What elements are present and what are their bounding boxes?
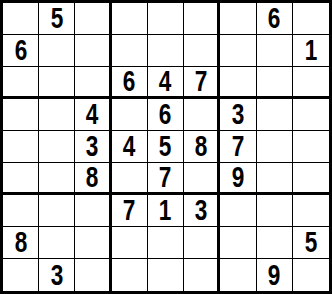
cell-r2c6[interactable] xyxy=(184,35,220,67)
cell-r4c5[interactable]: 6 xyxy=(148,99,184,131)
given-digit: 4 xyxy=(86,100,99,129)
cell-r9c2[interactable]: 3 xyxy=(39,259,75,291)
cell-r4c8[interactable] xyxy=(257,99,293,131)
cell-r2c7[interactable] xyxy=(220,35,256,67)
cell-r8c8[interactable] xyxy=(257,227,293,259)
cell-r7c8[interactable] xyxy=(257,195,293,227)
cell-r6c2[interactable] xyxy=(39,163,75,195)
given-digit: 6 xyxy=(159,100,172,129)
cell-r8c5[interactable] xyxy=(148,227,184,259)
cell-r6c3[interactable]: 8 xyxy=(75,163,111,195)
cell-r8c9[interactable]: 5 xyxy=(293,227,329,259)
cell-r2c2[interactable] xyxy=(39,35,75,67)
cell-r7c9[interactable] xyxy=(293,195,329,227)
cell-r3c4[interactable]: 6 xyxy=(112,67,148,99)
given-digit: 7 xyxy=(123,196,136,225)
cell-r9c4[interactable] xyxy=(112,259,148,291)
given-digit: 5 xyxy=(159,132,172,161)
given-digit: 9 xyxy=(232,163,245,192)
given-digit: 8 xyxy=(194,132,207,161)
cell-r1c9[interactable] xyxy=(293,3,329,35)
cell-r5c9[interactable] xyxy=(293,131,329,163)
cell-r3c5[interactable]: 4 xyxy=(148,67,184,99)
given-digit: 5 xyxy=(305,228,318,257)
cell-r7c7[interactable] xyxy=(220,195,256,227)
cell-r5c6[interactable]: 8 xyxy=(184,131,220,163)
cell-r5c8[interactable] xyxy=(257,131,293,163)
given-digit: 3 xyxy=(232,100,245,129)
cell-r8c7[interactable] xyxy=(220,227,256,259)
given-digit: 7 xyxy=(194,67,207,96)
cell-r9c3[interactable] xyxy=(75,259,111,291)
cell-r6c6[interactable] xyxy=(184,163,220,195)
given-digit: 6 xyxy=(14,36,27,65)
cell-r7c1[interactable] xyxy=(3,195,39,227)
cell-r3c2[interactable] xyxy=(39,67,75,99)
cell-r3c7[interactable] xyxy=(220,67,256,99)
cell-r5c4[interactable]: 4 xyxy=(112,131,148,163)
given-digit: 8 xyxy=(86,163,99,192)
cell-r4c2[interactable] xyxy=(39,99,75,131)
cell-r1c2[interactable]: 5 xyxy=(39,3,75,35)
cell-r3c6[interactable]: 7 xyxy=(184,67,220,99)
cell-r9c6[interactable] xyxy=(184,259,220,291)
cell-r5c7[interactable]: 7 xyxy=(220,131,256,163)
cell-r1c8[interactable]: 6 xyxy=(257,3,293,35)
cell-r8c2[interactable] xyxy=(39,227,75,259)
cell-r4c4[interactable] xyxy=(112,99,148,131)
cell-r9c8[interactable]: 9 xyxy=(257,259,293,291)
cell-r2c9[interactable]: 1 xyxy=(293,35,329,67)
cell-r7c6[interactable]: 3 xyxy=(184,195,220,227)
cell-r7c2[interactable] xyxy=(39,195,75,227)
cell-r4c9[interactable] xyxy=(293,99,329,131)
given-digit: 3 xyxy=(194,196,207,225)
cell-r7c3[interactable] xyxy=(75,195,111,227)
cell-r1c4[interactable] xyxy=(112,3,148,35)
cell-r7c5[interactable]: 1 xyxy=(148,195,184,227)
given-digit: 7 xyxy=(232,132,245,161)
cell-r5c2[interactable] xyxy=(39,131,75,163)
cell-r1c5[interactable] xyxy=(148,3,184,35)
cell-r2c8[interactable] xyxy=(257,35,293,67)
cell-r6c9[interactable] xyxy=(293,163,329,195)
cell-r1c7[interactable] xyxy=(220,3,256,35)
cell-r8c6[interactable] xyxy=(184,227,220,259)
sudoku-board: 5661647463345878797138539 xyxy=(0,0,332,294)
given-digit: 6 xyxy=(268,4,281,33)
given-digit: 5 xyxy=(51,4,64,33)
cell-r1c1[interactable] xyxy=(3,3,39,35)
cell-r9c9[interactable] xyxy=(293,259,329,291)
cell-r4c1[interactable] xyxy=(3,99,39,131)
given-digit: 6 xyxy=(123,67,136,96)
given-digit: 4 xyxy=(123,132,136,161)
given-digit: 4 xyxy=(159,67,172,96)
cell-r6c1[interactable] xyxy=(3,163,39,195)
cell-r5c3[interactable]: 3 xyxy=(75,131,111,163)
cell-r8c1[interactable]: 8 xyxy=(3,227,39,259)
cell-r3c3[interactable] xyxy=(75,67,111,99)
cell-r8c4[interactable] xyxy=(112,227,148,259)
cell-r9c7[interactable] xyxy=(220,259,256,291)
given-digit: 3 xyxy=(51,261,64,290)
cell-r2c5[interactable] xyxy=(148,35,184,67)
cell-r4c7[interactable]: 3 xyxy=(220,99,256,131)
cell-r4c3[interactable]: 4 xyxy=(75,99,111,131)
cell-r3c1[interactable] xyxy=(3,67,39,99)
cell-r6c7[interactable]: 9 xyxy=(220,163,256,195)
cell-r2c1[interactable]: 6 xyxy=(3,35,39,67)
cell-r9c5[interactable] xyxy=(148,259,184,291)
given-digit: 8 xyxy=(14,228,27,257)
cell-r3c8[interactable] xyxy=(257,67,293,99)
cell-r2c3[interactable] xyxy=(75,35,111,67)
cell-r5c1[interactable] xyxy=(3,131,39,163)
given-digit: 9 xyxy=(268,261,281,290)
cell-r7c4[interactable]: 7 xyxy=(112,195,148,227)
cell-r8c3[interactable] xyxy=(75,227,111,259)
given-digit: 7 xyxy=(159,163,172,192)
cell-r1c6[interactable] xyxy=(184,3,220,35)
given-digit: 1 xyxy=(159,196,172,225)
cell-r9c1[interactable] xyxy=(3,259,39,291)
cell-r4c6[interactable] xyxy=(184,99,220,131)
cell-r6c4[interactable] xyxy=(112,163,148,195)
cell-r1c3[interactable] xyxy=(75,3,111,35)
cell-r2c4[interactable] xyxy=(112,35,148,67)
cell-r3c9[interactable] xyxy=(293,67,329,99)
given-digit: 1 xyxy=(305,36,318,65)
cell-r5c5[interactable]: 5 xyxy=(148,131,184,163)
cell-r6c5[interactable]: 7 xyxy=(148,163,184,195)
cell-r6c8[interactable] xyxy=(257,163,293,195)
given-digit: 3 xyxy=(86,132,99,161)
